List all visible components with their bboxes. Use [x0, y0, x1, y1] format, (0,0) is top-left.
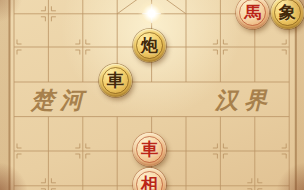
- piece-black-chariot-d5[interactable]: 車: [99, 64, 132, 97]
- piece-face: 馬: [239, 0, 266, 26]
- piece-face: 相: [136, 171, 163, 190]
- river-text-left: 楚河: [30, 88, 89, 113]
- river-text-right: 汉界: [214, 88, 273, 113]
- xiangqi-board: 楚河 汉界 馬象炮車車相: [0, 0, 304, 190]
- piece-character: 馬: [244, 4, 261, 21]
- piece-character: 象: [279, 4, 296, 21]
- last-move-marker: [138, 0, 165, 27]
- piece-face: 車: [136, 136, 163, 163]
- piece-character: 車: [141, 141, 158, 158]
- piece-character: 炮: [141, 37, 158, 54]
- piece-face: 象: [274, 0, 301, 26]
- piece-character: 車: [107, 72, 124, 89]
- piece-character: 相: [141, 176, 158, 190]
- piece-face: 炮: [136, 32, 163, 59]
- piece-face: 車: [102, 67, 129, 94]
